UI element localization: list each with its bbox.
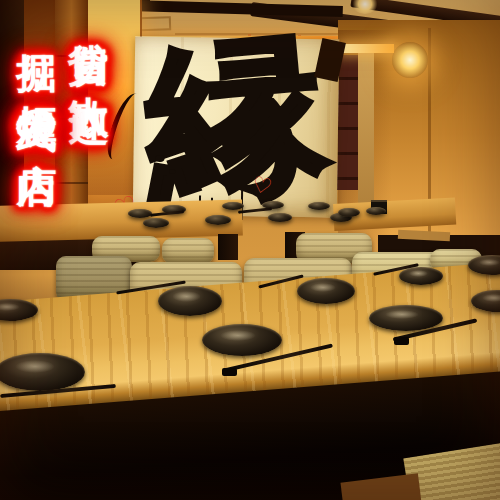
plate-sheen <box>15 360 56 373</box>
small-plate <box>128 209 152 218</box>
plate-sheen <box>0 303 20 311</box>
small-plate <box>338 208 360 217</box>
cushion <box>162 238 214 264</box>
small-plate <box>205 215 231 225</box>
plate-sheen <box>220 330 256 341</box>
plate-sheen <box>479 259 500 266</box>
wall-lamp <box>392 42 428 78</box>
plate <box>297 278 355 304</box>
plate-sheen <box>482 294 500 302</box>
table-leg <box>218 234 238 260</box>
plate-sheen <box>409 270 429 276</box>
small-plate <box>143 218 169 228</box>
chopstick-rest <box>222 368 237 376</box>
plate-sheen <box>172 291 201 302</box>
corner-pillar <box>358 50 374 212</box>
small-plate <box>222 202 244 210</box>
calligraphy-banner: 縁 <box>133 37 339 218</box>
ink-splatter <box>156 155 165 162</box>
izakaya-room-photo: 縁 ♡ ♡ <box>0 0 500 500</box>
calligraphy-character: 縁 <box>121 11 350 229</box>
plate <box>158 286 222 316</box>
chopstick-rest <box>394 337 409 345</box>
plate <box>202 324 282 356</box>
small-plate <box>268 213 292 222</box>
small-plate <box>366 207 386 215</box>
wall-light-strip <box>340 44 394 53</box>
caption-horigotatsu: 掘り炬燵式の店内 <box>14 22 58 137</box>
small-plate <box>308 202 330 210</box>
pillar-seam <box>55 118 88 120</box>
plate <box>399 267 443 285</box>
plate-sheen <box>310 283 336 292</box>
cushion-stripes <box>162 238 214 264</box>
plate <box>369 305 443 331</box>
pillar-seam <box>55 182 88 184</box>
plate-sheen <box>385 310 418 319</box>
caption-private-party: 貸切も大歓迎 <box>66 10 110 74</box>
ink-splatter <box>169 169 175 174</box>
